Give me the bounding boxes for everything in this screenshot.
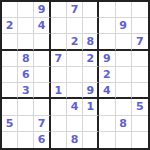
sudoku-cell-r5c2[interactable]: 6: [18, 67, 34, 83]
sudoku-cell-r3c3[interactable]: [34, 34, 50, 50]
sudoku-cell-r7c5[interactable]: 4: [67, 99, 83, 115]
sudoku-cell-r6c2[interactable]: 3: [18, 83, 34, 99]
sudoku-cell-r8c2[interactable]: [18, 116, 34, 132]
sudoku-cell-r4c2[interactable]: 8: [18, 51, 34, 67]
sudoku-cell-r4c7[interactable]: 9: [99, 51, 115, 67]
sudoku-cell-r9c6[interactable]: [83, 132, 99, 148]
sudoku-cell-r8c5[interactable]: [67, 116, 83, 132]
sudoku-cell-r4c4[interactable]: 7: [51, 51, 67, 67]
sudoku-cell-r7c3[interactable]: [34, 99, 50, 115]
sudoku-cell-r8c3[interactable]: 7: [34, 116, 50, 132]
sudoku-cell-r8c1[interactable]: 5: [2, 116, 18, 132]
sudoku-cell-r9c2[interactable]: [18, 132, 34, 148]
sudoku-cell-r8c4[interactable]: [51, 116, 67, 132]
sudoku-cell-r8c7[interactable]: [99, 116, 115, 132]
sudoku-cell-r9c1[interactable]: [2, 132, 18, 148]
sudoku-cell-r9c9[interactable]: [132, 132, 148, 148]
sudoku-cell-r1c4[interactable]: [51, 2, 67, 18]
sudoku-cell-r6c9[interactable]: [132, 83, 148, 99]
sudoku-cell-r5c6[interactable]: [83, 67, 99, 83]
sudoku-cell-r7c7[interactable]: [99, 99, 115, 115]
sudoku-cell-r6c1[interactable]: [2, 83, 18, 99]
sudoku-cell-r2c4[interactable]: [51, 18, 67, 34]
sudoku-cell-r1c8[interactable]: [116, 2, 132, 18]
sudoku-cell-r2c6[interactable]: [83, 18, 99, 34]
sudoku-cell-r1c6[interactable]: [83, 2, 99, 18]
sudoku-cell-r7c9[interactable]: 5: [132, 99, 148, 115]
sudoku-cell-r7c6[interactable]: 1: [83, 99, 99, 115]
sudoku-cell-r3c6[interactable]: 8: [83, 34, 99, 50]
sudoku-cell-r4c3[interactable]: [34, 51, 50, 67]
sudoku-cell-r1c2[interactable]: [18, 2, 34, 18]
sudoku-cell-r6c4[interactable]: 1: [51, 83, 67, 99]
sudoku-cell-r2c5[interactable]: [67, 18, 83, 34]
sudoku-cell-r4c5[interactable]: [67, 51, 83, 67]
sudoku-cell-r7c8[interactable]: [116, 99, 132, 115]
sudoku-cell-r1c3[interactable]: 9: [34, 2, 50, 18]
sudoku-cell-r5c7[interactable]: 2: [99, 67, 115, 83]
sudoku-cell-r4c6[interactable]: 2: [83, 51, 99, 67]
sudoku-cell-r5c1[interactable]: [2, 67, 18, 83]
sudoku-cell-r2c7[interactable]: [99, 18, 115, 34]
sudoku-cell-r2c1[interactable]: 2: [2, 18, 18, 34]
sudoku-cell-r7c1[interactable]: [2, 99, 18, 115]
sudoku-cell-r6c5[interactable]: [67, 83, 83, 99]
sudoku-cell-r2c2[interactable]: [18, 18, 34, 34]
sudoku-cell-r1c1[interactable]: [2, 2, 18, 18]
sudoku-cell-r2c8[interactable]: 9: [116, 18, 132, 34]
sudoku-cell-r7c2[interactable]: [18, 99, 34, 115]
sudoku-cell-r1c7[interactable]: [99, 2, 115, 18]
sudoku-cell-r8c6[interactable]: [83, 116, 99, 132]
sudoku-cell-r9c5[interactable]: 8: [67, 132, 83, 148]
sudoku-cell-r3c2[interactable]: [18, 34, 34, 50]
sudoku-cell-r8c9[interactable]: [132, 116, 148, 132]
sudoku-cell-r1c9[interactable]: [132, 2, 148, 18]
sudoku-cell-r4c8[interactable]: [116, 51, 132, 67]
sudoku-cell-r9c3[interactable]: 6: [34, 132, 50, 148]
sudoku-cell-r3c8[interactable]: [116, 34, 132, 50]
sudoku-cell-r5c8[interactable]: [116, 67, 132, 83]
sudoku-cell-r6c7[interactable]: 4: [99, 83, 115, 99]
sudoku-cell-r6c6[interactable]: 9: [83, 83, 99, 99]
sudoku-cell-r9c8[interactable]: [116, 132, 132, 148]
sudoku-cell-r5c3[interactable]: [34, 67, 50, 83]
sudoku-board: 97249287872962319441557868: [0, 0, 150, 150]
sudoku-cell-r2c9[interactable]: [132, 18, 148, 34]
sudoku-cell-r6c8[interactable]: [116, 83, 132, 99]
sudoku-cell-r1c5[interactable]: 7: [67, 2, 83, 18]
sudoku-cell-r2c3[interactable]: 4: [34, 18, 50, 34]
sudoku-cell-r5c9[interactable]: [132, 67, 148, 83]
sudoku-cell-r8c8[interactable]: 8: [116, 116, 132, 132]
sudoku-cell-r4c9[interactable]: [132, 51, 148, 67]
sudoku-cell-r6c3[interactable]: [34, 83, 50, 99]
sudoku-cell-r5c4[interactable]: [51, 67, 67, 83]
sudoku-cell-r9c4[interactable]: [51, 132, 67, 148]
sudoku-cell-r3c5[interactable]: 2: [67, 34, 83, 50]
sudoku-cell-r5c5[interactable]: [67, 67, 83, 83]
sudoku-cell-r4c1[interactable]: [2, 51, 18, 67]
sudoku-cell-r3c9[interactable]: 7: [132, 34, 148, 50]
sudoku-cell-r9c7[interactable]: [99, 132, 115, 148]
sudoku-cell-r3c1[interactable]: [2, 34, 18, 50]
sudoku-cell-r3c7[interactable]: [99, 34, 115, 50]
sudoku-cell-r3c4[interactable]: [51, 34, 67, 50]
sudoku-cell-r7c4[interactable]: [51, 99, 67, 115]
